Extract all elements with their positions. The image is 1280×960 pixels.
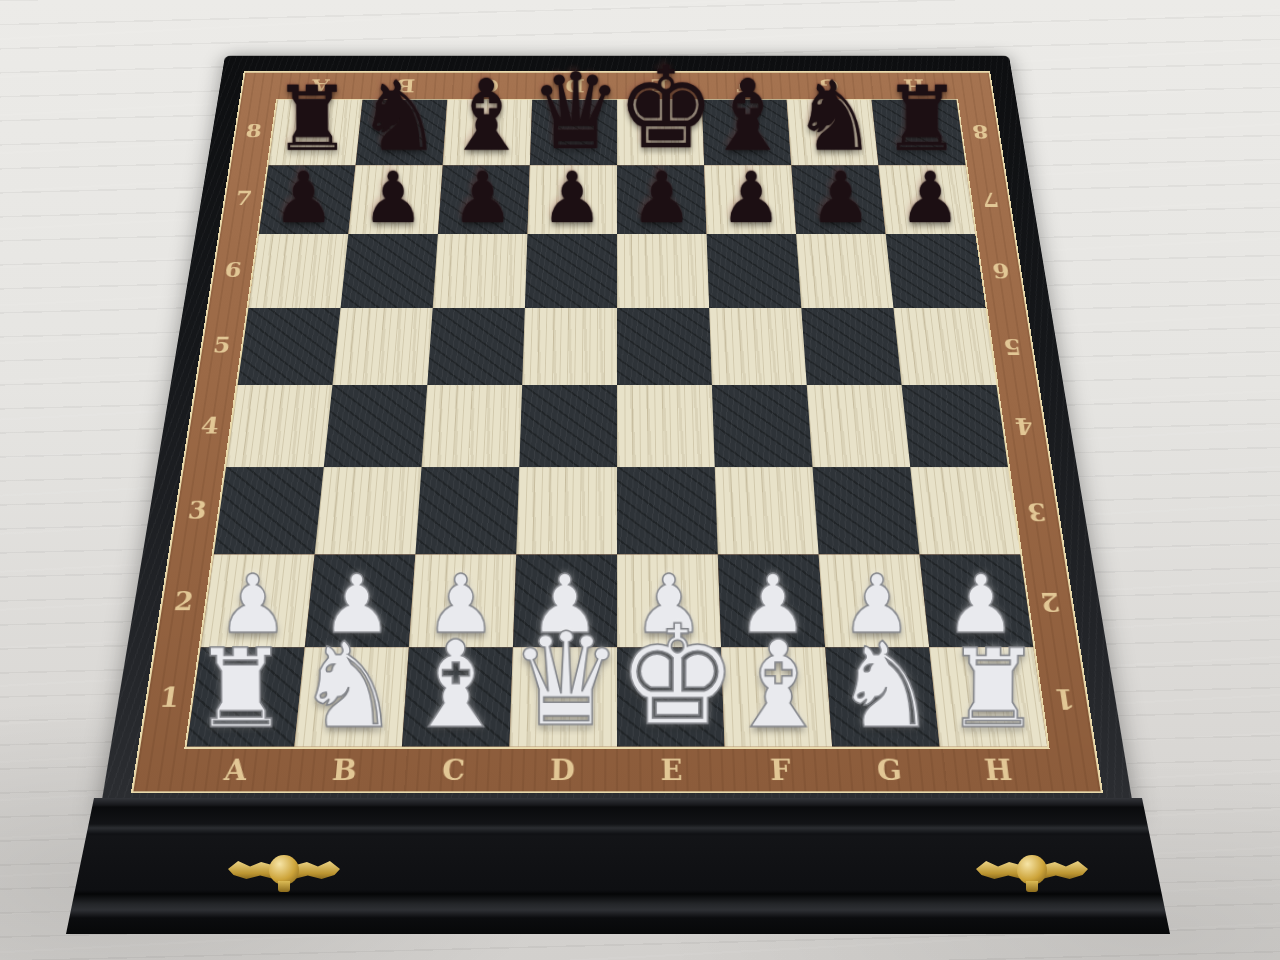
square-g5[interactable]	[801, 308, 901, 385]
square-d1[interactable]: ♛	[509, 647, 617, 746]
piece-dark-pawn-a7[interactable]: ♟	[259, 164, 349, 231]
clasp-wing-icon	[1042, 861, 1088, 879]
file-label-h: H	[870, 73, 958, 99]
square-f3[interactable]	[715, 467, 819, 554]
chess-case-front	[66, 798, 1170, 934]
squares-grid: ♜♞♝♛♚♝♞♜♟♟♟♟♟♟♟♟♟♟♟♟♟♟♟♟♜♞♝♛♚♝♞♜	[184, 99, 1049, 749]
piece-silver-bishop-f1[interactable]: ♝	[724, 628, 832, 742]
square-d3[interactable]	[516, 467, 617, 554]
square-h5[interactable]	[893, 308, 996, 385]
clasp-wing-icon	[976, 861, 1022, 879]
square-g1[interactable]: ♞	[825, 647, 940, 746]
clasp-wing-icon	[228, 861, 274, 879]
piece-silver-queen-d1[interactable]: ♛	[509, 619, 617, 741]
piece-silver-bishop-c1[interactable]: ♝	[402, 628, 510, 742]
square-g3[interactable]	[812, 467, 919, 554]
square-f7[interactable]: ♟	[704, 165, 796, 234]
piece-silver-knight-g1[interactable]: ♞	[832, 630, 940, 742]
piece-dark-pawn-d7[interactable]: ♟	[527, 164, 617, 231]
board-walnut-border: ABCDEFGH ABCDEFGH 87654321 87654321 ♜♞♝♛…	[131, 71, 1103, 793]
square-d7[interactable]: ♟	[527, 165, 617, 234]
square-a5[interactable]	[238, 308, 341, 385]
square-a8[interactable]: ♜	[268, 100, 362, 165]
piece-dark-pawn-f7[interactable]: ♟	[706, 164, 796, 231]
square-g8[interactable]: ♞	[787, 100, 879, 165]
file-label-f: F	[701, 73, 787, 99]
board-black-rim: ABCDEFGH ABCDEFGH 87654321 87654321 ♜♞♝♛…	[99, 56, 1136, 821]
file-label-a: A	[178, 749, 292, 792]
brass-clasp-left-icon	[226, 854, 342, 888]
square-d5[interactable]	[522, 308, 617, 385]
file-label-a: A	[276, 73, 364, 99]
square-f8[interactable]: ♝	[702, 100, 791, 165]
piece-dark-pawn-c7[interactable]: ♟	[438, 164, 528, 231]
rank-label-4: 4	[184, 385, 236, 468]
piece-dark-pawn-e7[interactable]: ♟	[617, 164, 707, 231]
brass-clasp-right-icon	[974, 854, 1090, 888]
square-b6[interactable]	[341, 234, 438, 307]
file-label-d: D	[507, 749, 617, 792]
square-e6[interactable]	[617, 234, 709, 307]
clasp-wing-icon	[294, 861, 340, 879]
square-e7[interactable]: ♟	[617, 165, 707, 234]
square-a6[interactable]	[248, 234, 348, 307]
square-h8[interactable]: ♜	[872, 100, 966, 165]
piece-silver-knight-b1[interactable]: ♞	[294, 630, 402, 742]
file-label-b: B	[288, 749, 401, 792]
square-f1[interactable]: ♝	[721, 647, 832, 746]
square-a4[interactable]	[226, 385, 332, 467]
square-c5[interactable]	[427, 308, 525, 385]
piece-dark-pawn-h7[interactable]: ♟	[885, 164, 975, 231]
square-d6[interactable]	[525, 234, 617, 307]
file-labels-top: ABCDEFGH	[276, 73, 958, 99]
file-labels-bottom: ABCDEFGH	[178, 749, 1055, 792]
file-label-c: C	[447, 73, 533, 99]
square-b5[interactable]	[332, 308, 432, 385]
square-c3[interactable]	[415, 467, 519, 554]
square-f6[interactable]	[707, 234, 802, 307]
square-c1[interactable]: ♝	[402, 647, 513, 746]
square-b4[interactable]	[324, 385, 428, 467]
chess-board: ABCDEFGH ABCDEFGH 87654321 87654321 ♜♞♝♛…	[99, 56, 1136, 821]
file-label-g: G	[786, 73, 873, 99]
square-a7[interactable]: ♟	[259, 165, 356, 234]
square-a1[interactable]: ♜	[187, 647, 305, 746]
file-label-c: C	[398, 749, 509, 792]
piece-silver-rook-a1[interactable]: ♜	[187, 638, 295, 742]
square-b3[interactable]	[315, 467, 422, 554]
file-label-h: H	[941, 749, 1055, 792]
file-label-f: F	[725, 749, 836, 792]
square-g7[interactable]: ♟	[791, 165, 885, 234]
piece-dark-king-e8[interactable]: ♚	[617, 55, 704, 162]
square-g4[interactable]	[807, 385, 911, 467]
square-d4[interactable]	[519, 385, 617, 467]
square-e3[interactable]	[617, 467, 718, 554]
square-a3[interactable]	[214, 467, 324, 554]
square-h7[interactable]: ♟	[878, 165, 975, 234]
square-c8[interactable]: ♝	[443, 100, 532, 165]
file-label-e: E	[617, 73, 702, 99]
file-label-b: B	[361, 73, 448, 99]
square-h3[interactable]	[910, 467, 1020, 554]
square-e8[interactable]: ♚	[617, 100, 704, 165]
square-e5[interactable]	[617, 308, 712, 385]
square-f5[interactable]	[709, 308, 807, 385]
square-d8[interactable]: ♛	[530, 100, 617, 165]
file-label-g: G	[833, 749, 946, 792]
square-c6[interactable]	[433, 234, 528, 307]
file-label-d: D	[532, 73, 617, 99]
square-e1[interactable]: ♚	[617, 647, 725, 746]
square-e4[interactable]	[617, 385, 715, 467]
piece-silver-rook-h1[interactable]: ♜	[939, 638, 1047, 742]
piece-dark-pawn-b7[interactable]: ♟	[348, 164, 438, 231]
square-h6[interactable]	[886, 234, 986, 307]
square-f4[interactable]	[712, 385, 813, 467]
piece-dark-pawn-g7[interactable]: ♟	[796, 164, 886, 231]
square-c7[interactable]: ♟	[438, 165, 530, 234]
square-h1[interactable]: ♜	[929, 647, 1047, 746]
square-b8[interactable]: ♞	[356, 100, 448, 165]
piece-silver-king-e1[interactable]: ♚	[617, 611, 725, 741]
square-b1[interactable]: ♞	[294, 647, 409, 746]
square-g6[interactable]	[796, 234, 893, 307]
square-c4[interactable]	[422, 385, 523, 467]
clasp-hook-icon	[1026, 881, 1038, 892]
square-b7[interactable]: ♟	[348, 165, 442, 234]
rank-label-4: 4	[998, 385, 1050, 468]
square-h4[interactable]	[902, 385, 1008, 467]
file-label-e: E	[617, 749, 727, 792]
clasp-hook-icon	[278, 881, 290, 892]
